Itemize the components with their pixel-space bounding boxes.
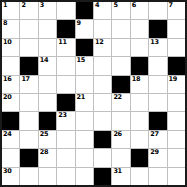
cell-r10c5[interactable] (76, 168, 93, 185)
cell-r6c8[interactable] (131, 94, 148, 111)
black-cell-r10c6 (94, 168, 111, 185)
cell-r10c4[interactable] (57, 168, 74, 185)
clue-number: 24 (3, 131, 11, 138)
cell-r9c10[interactable] (168, 149, 185, 166)
cell-r4c1[interactable] (2, 57, 19, 74)
black-cell-r7c1 (2, 112, 19, 129)
cell-r9c9[interactable]: 29 (149, 149, 166, 166)
cell-r8c2[interactable] (20, 131, 37, 148)
clue-number: 31 (113, 168, 121, 175)
cell-r10c2[interactable] (20, 168, 37, 185)
cell-r5c8[interactable]: 18 (131, 76, 148, 93)
cell-r7c7[interactable] (112, 112, 129, 129)
clue-number: 30 (3, 168, 11, 175)
clue-number: 19 (169, 76, 177, 83)
black-cell-r5c7 (112, 76, 129, 93)
cell-r3c4[interactable]: 11 (57, 39, 74, 56)
black-cell-r6c4 (57, 94, 74, 111)
clue-number: 4 (95, 2, 99, 9)
cell-r1c7[interactable]: 5 (112, 2, 129, 19)
cell-r5c10[interactable]: 19 (168, 76, 185, 93)
clue-number: 9 (77, 20, 81, 27)
cell-r9c5[interactable] (76, 149, 93, 166)
cell-r8c5[interactable] (76, 131, 93, 148)
cell-r6c1[interactable]: 20 (2, 94, 19, 111)
black-cell-r4c2 (20, 57, 37, 74)
cell-r10c7[interactable]: 31 (112, 168, 129, 185)
cell-r3c9[interactable]: 13 (149, 39, 166, 56)
cell-r3c7[interactable] (112, 39, 129, 56)
clue-number: 7 (169, 2, 173, 9)
cell-r9c7[interactable] (112, 149, 129, 166)
clue-number: 27 (150, 131, 158, 138)
cell-r2c6[interactable] (94, 20, 111, 37)
cell-r8c1[interactable]: 24 (2, 131, 19, 148)
cell-r4c3[interactable]: 14 (39, 57, 56, 74)
cell-r5c1[interactable]: 16 (2, 76, 19, 93)
cell-r8c9[interactable]: 27 (149, 131, 166, 148)
cell-r2c5[interactable]: 9 (76, 20, 93, 37)
cell-r9c3[interactable]: 28 (39, 149, 56, 166)
black-cell-r4c10 (168, 57, 185, 74)
black-cell-r3c5 (76, 39, 93, 56)
black-cell-r9c8 (131, 149, 148, 166)
cell-r7c4[interactable]: 23 (57, 112, 74, 129)
cell-r7c10[interactable] (168, 112, 185, 129)
cell-r4c6[interactable] (94, 57, 111, 74)
clue-number: 3 (40, 2, 44, 9)
cell-r7c5[interactable] (76, 112, 93, 129)
cell-r5c9[interactable] (149, 76, 166, 93)
cell-r3c8[interactable] (131, 39, 148, 56)
cell-r9c6[interactable] (94, 149, 111, 166)
clue-number: 23 (58, 112, 66, 119)
cell-r5c3[interactable] (39, 76, 56, 93)
clue-number: 26 (113, 131, 121, 138)
crossword-grid: 1234567891011121314151617181920212223242… (0, 0, 187, 187)
cell-r1c6[interactable]: 4 (94, 2, 111, 19)
cell-r6c10[interactable] (168, 94, 185, 111)
cell-r5c5[interactable] (76, 76, 93, 93)
cell-r7c8[interactable] (131, 112, 148, 129)
clue-number: 11 (58, 39, 66, 46)
clue-number: 10 (3, 39, 11, 46)
cell-r10c1[interactable]: 30 (2, 168, 19, 185)
black-cell-r9c2 (20, 149, 37, 166)
cell-r10c9[interactable] (149, 168, 166, 185)
cell-r1c3[interactable]: 3 (39, 2, 56, 19)
clue-number: 5 (113, 2, 117, 9)
black-cell-r7c3 (39, 112, 56, 129)
cell-r10c3[interactable] (39, 168, 56, 185)
cell-r5c6[interactable] (94, 76, 111, 93)
clue-number: 17 (21, 76, 29, 83)
cell-r2c10[interactable] (168, 20, 185, 37)
clue-number: 18 (132, 76, 140, 83)
cell-r8c7[interactable]: 26 (112, 131, 129, 148)
cell-r1c10[interactable]: 7 (168, 2, 185, 19)
cell-r2c8[interactable] (131, 20, 148, 37)
cell-r4c7[interactable] (112, 57, 129, 74)
cell-r8c4[interactable] (57, 131, 74, 148)
cell-r8c8[interactable] (131, 131, 148, 148)
cell-r5c2[interactable]: 17 (20, 76, 37, 93)
cell-r3c3[interactable] (39, 39, 56, 56)
clue-number: 28 (40, 149, 48, 156)
crossword-board: 1234567891011121314151617181920212223242… (0, 0, 187, 187)
cell-r10c8[interactable] (131, 168, 148, 185)
cell-r6c7[interactable]: 22 (112, 94, 129, 111)
cell-r1c2[interactable]: 2 (20, 2, 37, 19)
cell-r10c10[interactable] (168, 168, 185, 185)
cell-r6c6[interactable] (94, 94, 111, 111)
black-cell-r7c9 (149, 112, 166, 129)
cell-r1c1[interactable]: 1 (2, 2, 19, 19)
cell-r9c1[interactable] (2, 149, 19, 166)
black-cell-r4c8 (131, 57, 148, 74)
clue-number: 21 (77, 94, 85, 101)
clue-number: 12 (95, 39, 103, 46)
cell-r3c6[interactable]: 12 (94, 39, 111, 56)
cell-r6c5[interactable]: 21 (76, 94, 93, 111)
clue-number: 2 (21, 2, 25, 9)
cell-r6c2[interactable] (20, 94, 37, 111)
clue-number: 14 (40, 57, 48, 64)
clue-number: 22 (113, 94, 121, 101)
cell-r4c9[interactable] (149, 57, 166, 74)
cell-r8c3[interactable]: 25 (39, 131, 56, 148)
clue-number: 6 (132, 2, 136, 9)
clue-number: 25 (40, 131, 48, 138)
cell-r3c1[interactable]: 10 (2, 39, 19, 56)
cell-r4c4[interactable] (57, 57, 74, 74)
cell-r8c10[interactable] (168, 131, 185, 148)
clue-number: 16 (3, 76, 11, 83)
cell-r5c4[interactable] (57, 76, 74, 93)
cell-r1c9[interactable] (149, 2, 166, 19)
clue-number: 13 (150, 39, 158, 46)
cell-r2c2[interactable] (20, 20, 37, 37)
clue-number: 1 (3, 2, 7, 9)
cell-r4c5[interactable]: 15 (76, 57, 93, 74)
clue-number: 29 (150, 149, 158, 156)
cell-r3c2[interactable] (20, 39, 37, 56)
black-cell-r2c4 (57, 20, 74, 37)
clue-number: 15 (77, 57, 85, 64)
cell-r1c4[interactable] (57, 2, 74, 19)
cell-r6c3[interactable] (39, 94, 56, 111)
cell-r2c3[interactable] (39, 20, 56, 37)
cell-r7c6[interactable] (94, 112, 111, 129)
black-cell-r2c9 (149, 20, 166, 37)
clue-number: 8 (3, 20, 7, 27)
cell-r7c2[interactable] (20, 112, 37, 129)
black-cell-r1c5 (76, 2, 93, 19)
cell-r2c7[interactable] (112, 20, 129, 37)
cell-r2c1[interactable]: 8 (2, 20, 19, 37)
black-cell-r8c6 (94, 131, 111, 148)
cell-r6c9[interactable] (149, 94, 166, 111)
cell-r9c4[interactable] (57, 149, 74, 166)
cell-r1c8[interactable]: 6 (131, 2, 148, 19)
cell-r3c10[interactable] (168, 39, 185, 56)
clue-number: 20 (3, 94, 11, 101)
